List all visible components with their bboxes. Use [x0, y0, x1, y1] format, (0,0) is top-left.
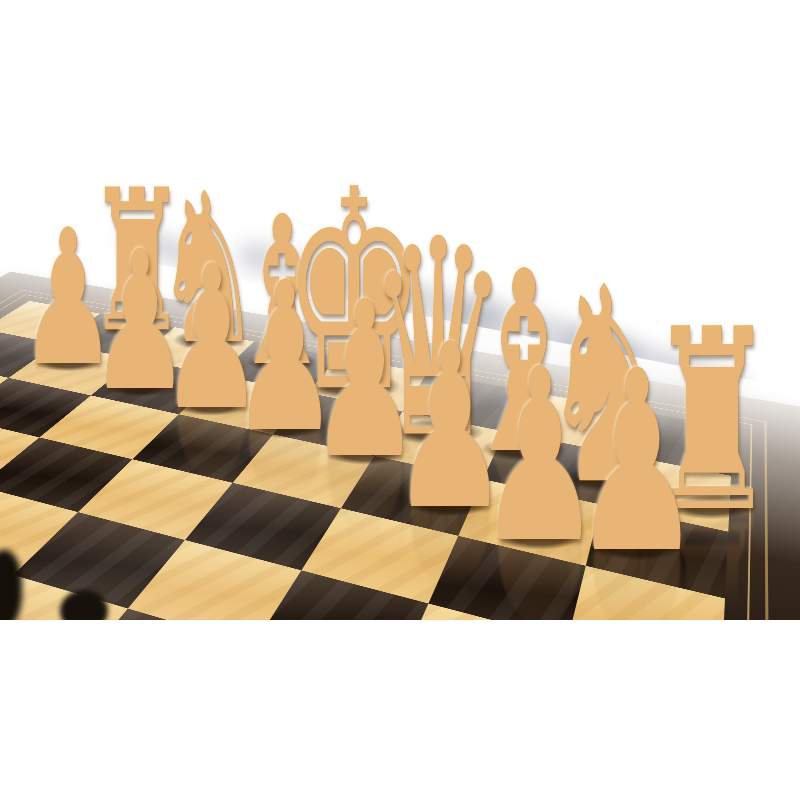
photo-scene: ♟♜♟♞♟♟♝♟♟♚♟♟♛♛♟♟♝♝♟♟♞♞♟♟♜♜ — [0, 0, 800, 620]
pieces-layer: ♟♜♟♞♟♟♝♟♟♚♟♟♛♛♟♟♝♝♟♟♞♞♟♟♜♜ — [0, 0, 800, 620]
chess-set-product-photo: ♟♜♟♞♟♟♝♟♟♚♟♟♛♛♟♟♝♝♟♟♞♞♟♟♜♜ — [0, 0, 800, 800]
white-pawn-a2: ♟ — [572, 338, 702, 588]
